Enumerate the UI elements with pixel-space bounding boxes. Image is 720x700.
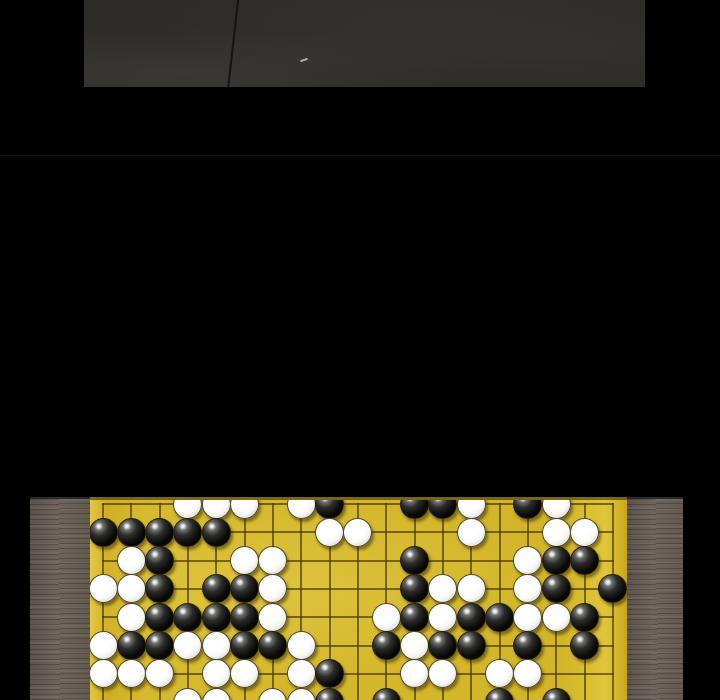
- go-stone-black: [230, 631, 259, 660]
- go-stone-white: [202, 688, 231, 700]
- go-stone-black: [145, 603, 174, 632]
- panel-diagonal-line: [226, 0, 239, 87]
- go-stone-white: [258, 603, 287, 632]
- go-stone-white: [145, 659, 174, 688]
- go-stone-black: [202, 603, 231, 632]
- go-stone-black: [598, 574, 627, 603]
- go-stone-white: [117, 574, 146, 603]
- go-stone-white: [428, 574, 457, 603]
- go-stone-black: [372, 631, 401, 660]
- go-stone-white: [173, 631, 202, 660]
- go-stone-white: [202, 631, 231, 660]
- go-stone-black: [230, 603, 259, 632]
- go-stone-white: [90, 659, 118, 688]
- go-stone-black: [145, 518, 174, 547]
- go-stone-white: [513, 603, 542, 632]
- go-stone-white: [117, 659, 146, 688]
- go-stone-black: [145, 546, 174, 575]
- go-stone-black: [202, 518, 231, 547]
- go-stone-white: [513, 574, 542, 603]
- go-stone-white: [343, 518, 372, 547]
- go-stone-black: [400, 574, 429, 603]
- go-stone-black: [117, 518, 146, 547]
- go-stone-black: [315, 659, 344, 688]
- go-stone-black: [400, 603, 429, 632]
- go-stone-white: [570, 518, 599, 547]
- go-stone-white: [315, 518, 344, 547]
- go-stone-black: [457, 603, 486, 632]
- panel-scratch-mark: [300, 58, 308, 62]
- go-stone-white: [258, 546, 287, 575]
- go-stone-white: [457, 497, 486, 519]
- comic-page: [0, 0, 720, 700]
- go-stone-black: [457, 631, 486, 660]
- go-stone-white: [117, 603, 146, 632]
- go-stone-white: [202, 497, 231, 519]
- go-stone-white: [90, 574, 118, 603]
- go-stone-black: [400, 546, 429, 575]
- go-stone-white: [230, 497, 259, 519]
- go-stone-white: [542, 518, 571, 547]
- go-stone-white: [173, 497, 202, 519]
- go-board: [90, 497, 627, 700]
- go-stone-white: [258, 574, 287, 603]
- go-stone-white: [457, 518, 486, 547]
- go-stone-black: [485, 688, 514, 700]
- go-stone-black: [513, 497, 542, 519]
- top-comic-panel: [84, 0, 645, 87]
- go-stone-white: [230, 659, 259, 688]
- go-stone-black: [372, 688, 401, 700]
- go-stone-white: [258, 688, 287, 700]
- go-stone-white: [485, 659, 514, 688]
- go-stone-black: [315, 497, 344, 519]
- go-stone-black: [117, 631, 146, 660]
- go-stone-black: [258, 631, 287, 660]
- go-stone-white: [372, 603, 401, 632]
- go-stone-white: [90, 631, 118, 660]
- go-stone-black: [570, 603, 599, 632]
- go-stone-white: [173, 688, 202, 700]
- go-stone-white: [117, 546, 146, 575]
- go-stone-black: [90, 518, 118, 547]
- go-stone-white: [400, 659, 429, 688]
- go-stone-white: [542, 603, 571, 632]
- go-stone-black: [542, 688, 571, 700]
- go-stone-black: [145, 631, 174, 660]
- go-stone-white: [287, 631, 316, 660]
- go-stone-white: [287, 688, 316, 700]
- go-stone-white: [428, 659, 457, 688]
- go-stone-black: [173, 518, 202, 547]
- go-stone-black: [315, 688, 344, 700]
- go-board-panel: [0, 497, 720, 700]
- go-stone-black: [513, 631, 542, 660]
- go-stone-white: [202, 659, 231, 688]
- wood-frame-left: [30, 497, 90, 700]
- go-stone-white: [428, 603, 457, 632]
- go-stone-black: [428, 497, 457, 519]
- go-stone-white: [287, 659, 316, 688]
- go-stone-white: [542, 497, 571, 519]
- panel-seam-line: [0, 155, 720, 156]
- go-stone-white: [513, 659, 542, 688]
- go-stone-black: [542, 574, 571, 603]
- go-stone-white: [400, 631, 429, 660]
- go-stone-white: [230, 546, 259, 575]
- go-stone-white: [457, 574, 486, 603]
- go-stone-black: [542, 546, 571, 575]
- go-stone-white: [287, 497, 316, 519]
- go-stone-black: [570, 631, 599, 660]
- go-stone-black: [570, 546, 599, 575]
- go-stone-black: [230, 574, 259, 603]
- go-stone-black: [485, 603, 514, 632]
- go-stone-black: [400, 497, 429, 519]
- wood-frame-right: [627, 497, 683, 700]
- go-stone-black: [202, 574, 231, 603]
- go-stone-black: [145, 574, 174, 603]
- go-stone-black: [428, 631, 457, 660]
- go-stone-black: [173, 603, 202, 632]
- go-stone-white: [513, 546, 542, 575]
